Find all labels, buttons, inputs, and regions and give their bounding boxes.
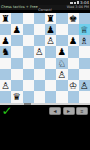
black-pawn[interactable]: ♟ bbox=[13, 24, 22, 35]
square-c3[interactable] bbox=[23, 69, 34, 80]
square-e1[interactable] bbox=[45, 91, 56, 102]
square-h3[interactable] bbox=[79, 69, 90, 80]
square-h1[interactable] bbox=[79, 91, 90, 102]
square-d2[interactable] bbox=[34, 80, 45, 91]
square-d4[interactable] bbox=[34, 58, 45, 69]
app-screen: 3:04 Chess tactics + Free Wed 3:04 PM Co… bbox=[0, 0, 90, 150]
white-knight[interactable]: ♘ bbox=[58, 58, 67, 69]
square-d8[interactable] bbox=[34, 13, 45, 24]
square-f2[interactable] bbox=[56, 80, 67, 91]
square-e3[interactable] bbox=[45, 69, 56, 80]
square-a1[interactable] bbox=[0, 91, 11, 102]
white-pawn[interactable]: ♙ bbox=[46, 35, 55, 46]
square-b6[interactable] bbox=[11, 35, 22, 46]
square-h8[interactable] bbox=[79, 13, 90, 24]
black-pawn[interactable]: ♟ bbox=[69, 35, 78, 46]
square-e8[interactable]: ♜ bbox=[45, 13, 56, 24]
square-h6[interactable]: ♗ bbox=[79, 35, 90, 46]
battery-icon bbox=[77, 1, 79, 4]
square-d5[interactable]: ♙ bbox=[34, 46, 45, 57]
square-e4[interactable] bbox=[45, 58, 56, 69]
square-d3[interactable] bbox=[34, 69, 45, 80]
square-c4[interactable] bbox=[23, 58, 34, 69]
square-g7[interactable] bbox=[68, 24, 79, 35]
white-pawn[interactable]: ♙ bbox=[58, 69, 67, 80]
square-c5[interactable] bbox=[23, 46, 34, 57]
square-a2[interactable]: ♙ bbox=[0, 80, 11, 91]
square-h7[interactable]: ♕ bbox=[79, 24, 90, 35]
square-g6[interactable]: ♟ bbox=[68, 35, 79, 46]
square-e5[interactable] bbox=[45, 46, 56, 57]
white-bishop[interactable]: ♗ bbox=[80, 35, 89, 46]
black-rook[interactable]: ♜ bbox=[1, 13, 10, 24]
square-h4[interactable] bbox=[79, 58, 90, 69]
square-c6[interactable] bbox=[23, 35, 34, 46]
square-f4[interactable]: ♘ bbox=[56, 58, 67, 69]
square-g4[interactable] bbox=[68, 58, 79, 69]
square-c1[interactable] bbox=[23, 91, 34, 102]
square-f7[interactable] bbox=[56, 24, 67, 35]
square-f3[interactable]: ♙ bbox=[56, 69, 67, 80]
square-g1[interactable] bbox=[68, 91, 79, 102]
square-a4[interactable] bbox=[0, 58, 11, 69]
square-c8[interactable] bbox=[23, 13, 34, 24]
square-f8[interactable] bbox=[56, 13, 67, 24]
square-b1[interactable]: ♛ bbox=[11, 91, 22, 102]
square-c7[interactable] bbox=[23, 24, 34, 35]
white-king[interactable]: ♔ bbox=[69, 80, 78, 91]
back-button[interactable]: ◄ bbox=[49, 107, 61, 115]
chess-board[interactable]: ♜♜♚♟♟♕♟♙♟♗♞♙♟♘♙♙♔♙♛ bbox=[0, 13, 90, 103]
square-d6[interactable] bbox=[34, 35, 45, 46]
black-rook[interactable]: ♜ bbox=[46, 13, 55, 24]
square-g8[interactable]: ♚ bbox=[68, 13, 79, 24]
square-a5[interactable]: ♞ bbox=[0, 46, 11, 57]
nav-button-group: ◄ ► ≡ bbox=[49, 107, 90, 115]
square-g3[interactable] bbox=[68, 69, 79, 80]
white-queen[interactable]: ♕ bbox=[80, 24, 89, 35]
black-knight[interactable]: ♞ bbox=[1, 46, 10, 57]
wifi-icon bbox=[74, 2, 76, 4]
square-h5[interactable] bbox=[79, 46, 90, 57]
square-a8[interactable]: ♜ bbox=[0, 13, 11, 24]
square-a7[interactable] bbox=[0, 24, 11, 35]
square-b5[interactable] bbox=[11, 46, 22, 57]
square-g2[interactable]: ♔ bbox=[68, 80, 79, 91]
square-b2[interactable] bbox=[11, 80, 22, 91]
white-pawn[interactable]: ♙ bbox=[1, 80, 10, 91]
square-f1[interactable] bbox=[56, 91, 67, 102]
black-pawn[interactable]: ♟ bbox=[1, 35, 10, 46]
square-b7[interactable]: ♟ bbox=[11, 24, 22, 35]
square-f5[interactable]: ♟ bbox=[56, 46, 67, 57]
black-pawn[interactable]: ♟ bbox=[46, 24, 55, 35]
correct-checkmark-icon: ✓ bbox=[1, 105, 12, 117]
square-d1[interactable] bbox=[34, 91, 45, 102]
white-pawn[interactable]: ♙ bbox=[80, 80, 89, 91]
square-f6[interactable] bbox=[56, 35, 67, 46]
square-e6[interactable]: ♙ bbox=[45, 35, 56, 46]
signal-icon bbox=[70, 2, 73, 4]
white-pawn[interactable]: ♙ bbox=[35, 46, 44, 57]
square-e2[interactable] bbox=[45, 80, 56, 91]
square-d7[interactable] bbox=[34, 24, 45, 35]
black-queen[interactable]: ♛ bbox=[13, 91, 22, 102]
square-c2[interactable] bbox=[23, 80, 34, 91]
black-pawn[interactable]: ♟ bbox=[58, 46, 67, 57]
bottom-bar: ✓ ◄ ► ≡ bbox=[0, 105, 90, 117]
black-king[interactable]: ♚ bbox=[69, 13, 78, 24]
menu-button[interactable]: ≡ bbox=[76, 107, 88, 115]
square-b3[interactable] bbox=[11, 69, 22, 80]
forward-button[interactable]: ► bbox=[63, 107, 75, 115]
square-b4[interactable] bbox=[11, 58, 22, 69]
square-h2[interactable]: ♙ bbox=[79, 80, 90, 91]
square-a6[interactable]: ♟ bbox=[0, 35, 11, 46]
square-a3[interactable] bbox=[0, 69, 11, 80]
square-g5[interactable] bbox=[68, 46, 79, 57]
square-b8[interactable] bbox=[11, 13, 22, 24]
square-e7[interactable]: ♟ bbox=[45, 24, 56, 35]
